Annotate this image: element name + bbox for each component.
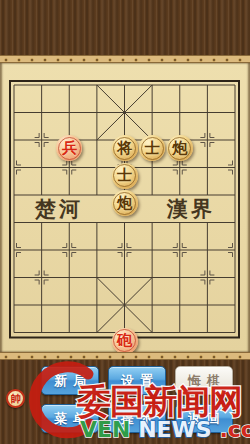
board-intersection: 士 bbox=[138, 134, 166, 162]
hint-button[interactable]: 提示 bbox=[108, 404, 166, 433]
menu-button[interactable]: 菜单 bbox=[41, 404, 99, 433]
board-intersection: 兵 bbox=[55, 134, 83, 162]
xiangqi-app: 楚河漢界 兵将士炮士炮砲仕卒帥仕砲 帥 新局 设置 悔棋 菜单 提示 返回 委国… bbox=[0, 0, 250, 444]
piece-black-炮[interactable]: 炮 bbox=[112, 190, 138, 216]
piece-black-将[interactable]: 将 bbox=[112, 135, 138, 161]
piece-black-士[interactable]: 士 bbox=[139, 135, 165, 161]
piece-black-炮[interactable]: 炮 bbox=[167, 135, 193, 161]
nail-strip-bottom bbox=[0, 352, 250, 360]
xiangqi-board: 楚河漢界 兵将士炮士炮砲仕卒帥仕砲 bbox=[0, 63, 250, 352]
undo-move-button[interactable]: 悔棋 bbox=[175, 366, 233, 395]
nail-strip-top bbox=[0, 55, 250, 63]
piece-black-士[interactable]: 士 bbox=[112, 163, 138, 189]
piece-red-砲[interactable]: 砲 bbox=[112, 328, 138, 354]
back-button[interactable]: 返回 bbox=[175, 404, 233, 433]
settings-button[interactable]: 设置 bbox=[108, 366, 166, 395]
new-game-button[interactable]: 新局 bbox=[41, 366, 99, 395]
board-intersection: 将 bbox=[111, 134, 139, 162]
board-intersection: 砲 bbox=[111, 327, 139, 355]
turn-indicator-badge: 帥 bbox=[6, 389, 25, 408]
board-intersection: 炮 bbox=[111, 189, 139, 217]
wood-panel-top bbox=[0, 0, 250, 56]
piece-red-兵[interactable]: 兵 bbox=[56, 135, 82, 161]
board-intersection: 士 bbox=[111, 162, 139, 190]
board-intersection: 炮 bbox=[166, 134, 194, 162]
